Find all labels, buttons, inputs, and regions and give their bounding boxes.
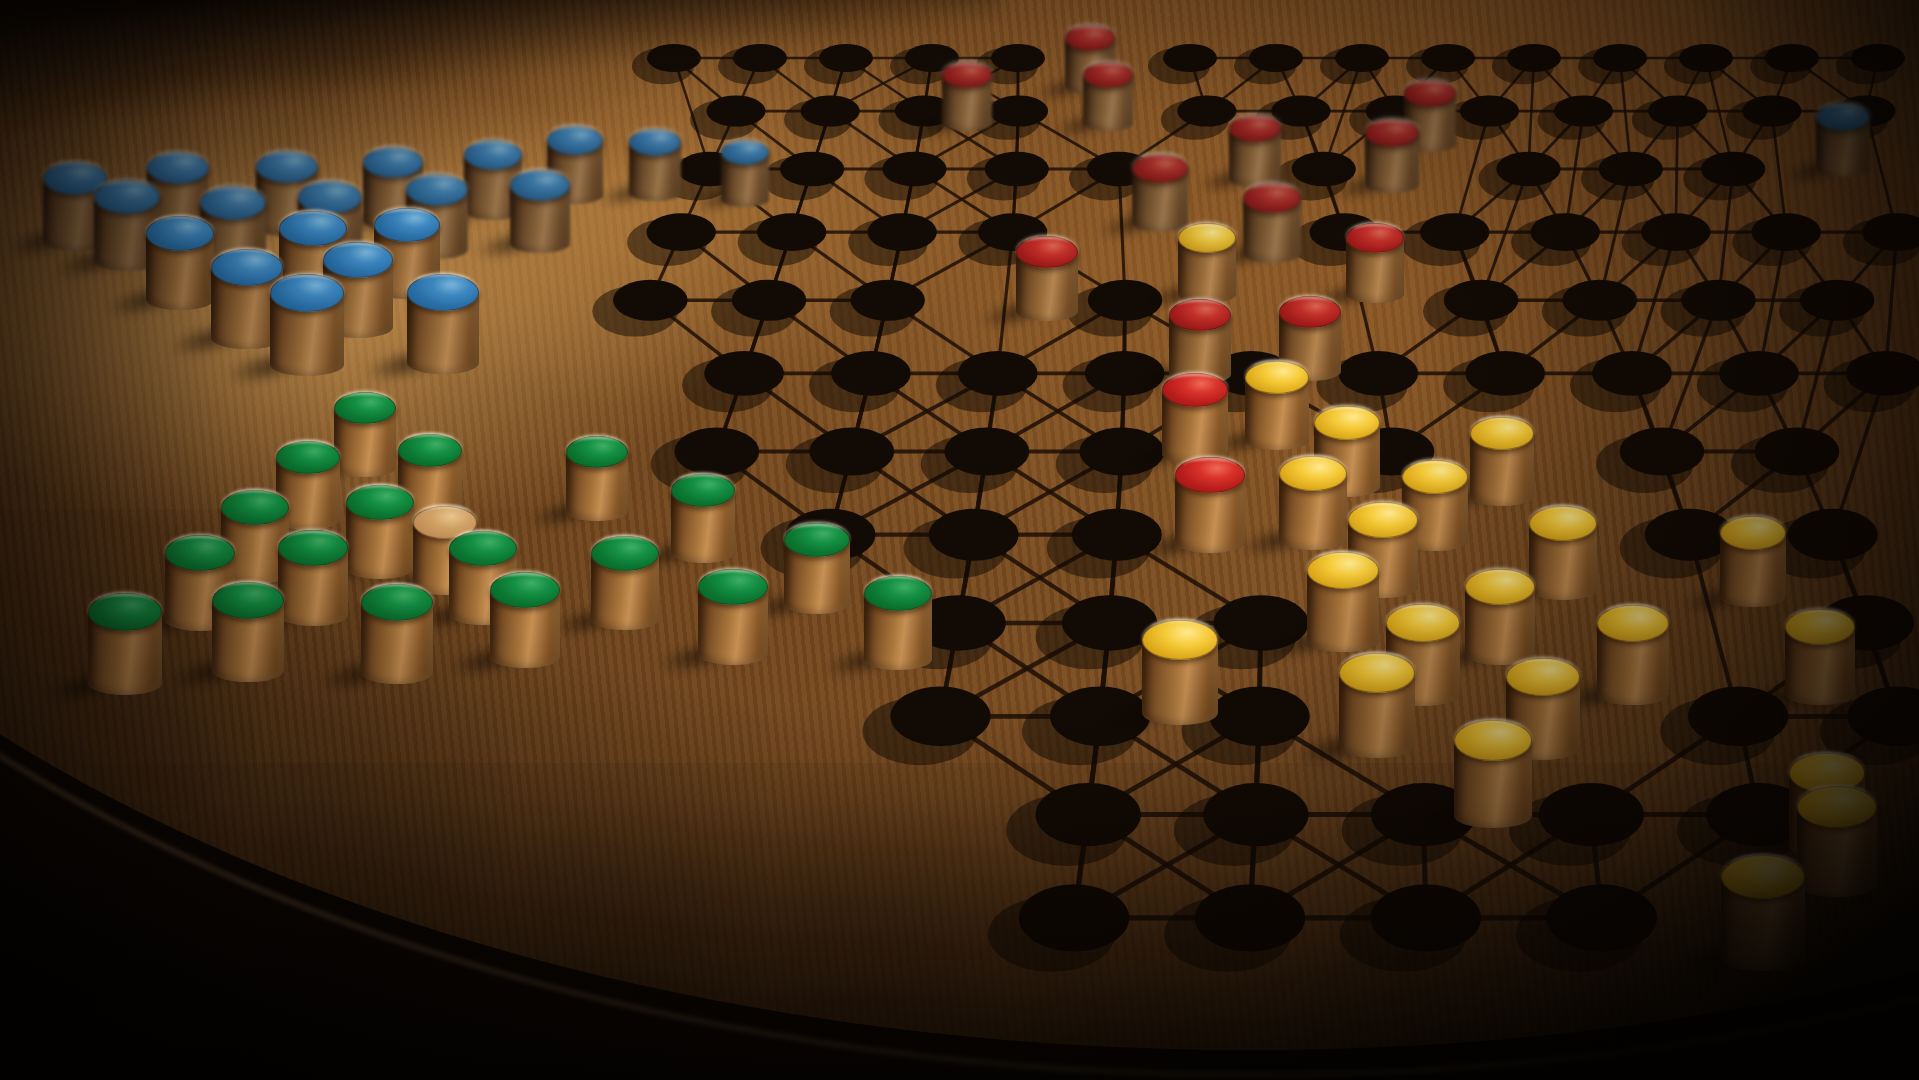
- vignette-overlay: [0, 0, 1919, 1080]
- board-photo-scene: [0, 0, 1919, 1080]
